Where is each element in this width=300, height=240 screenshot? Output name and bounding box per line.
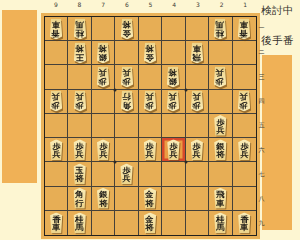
square-44[interactable]: 歩兵 [162, 90, 185, 114]
piece-tile: 歩兵 [211, 67, 230, 88]
file-label-6: 6 [115, 0, 139, 9]
square-92[interactable] [45, 41, 68, 65]
sente-角行-88[interactable]: 角行 [70, 188, 89, 209]
right-piece-stand[interactable] [262, 55, 292, 230]
gote-銀将-43[interactable]: 銀将 [164, 67, 183, 88]
square-99[interactable]: 香車 [45, 211, 68, 235]
sente-香車-99[interactable]: 香車 [47, 212, 66, 233]
square-49[interactable] [162, 211, 185, 235]
sente-歩兵-67[interactable]: 歩兵 [117, 163, 136, 184]
piece-tile: 飛車 [211, 188, 230, 209]
star-point [114, 88, 117, 91]
square-74[interactable] [92, 90, 115, 114]
sente-歩兵-46[interactable]: 歩兵 [164, 139, 183, 160]
piece-tile: 歩兵 [94, 67, 113, 88]
square-17[interactable] [233, 162, 256, 186]
piece-tile: 飛車 [187, 42, 206, 63]
square-61[interactable]: 金将 [115, 17, 138, 41]
rank-label-6: 六 [257, 138, 266, 162]
square-81[interactable]: 桂馬 [68, 17, 91, 41]
piece-tile: 歩兵 [70, 139, 89, 160]
piece-tile: 歩兵 [164, 139, 183, 160]
gote-歩兵-73[interactable]: 歩兵 [94, 67, 113, 88]
sente-銀将-78[interactable]: 銀将 [94, 188, 113, 209]
piece-tile: 歩兵 [140, 91, 159, 112]
piece-tile: 銀将 [94, 188, 113, 209]
rank-label-9: 九 [257, 212, 266, 236]
square-76[interactable]: 歩兵 [92, 138, 115, 162]
square-22[interactable] [209, 41, 232, 65]
sente-歩兵-36[interactable]: 歩兵 [187, 139, 206, 160]
file-label-8: 8 [68, 0, 92, 9]
square-71[interactable] [92, 17, 115, 41]
square-63[interactable]: 歩兵 [115, 65, 138, 89]
sente-玉将-87[interactable]: 玉将 [70, 163, 89, 184]
piece-tile: 歩兵 [211, 115, 230, 136]
gote-歩兵-94[interactable]: 歩兵 [47, 91, 66, 112]
square-23[interactable]: 歩兵 [209, 65, 232, 89]
gote-歩兵-23[interactable]: 歩兵 [211, 67, 230, 88]
piece-tile: 香車 [235, 18, 254, 39]
square-47[interactable] [162, 162, 185, 186]
gote-香車-11[interactable]: 香車 [235, 18, 254, 39]
square-86[interactable]: 歩兵 [68, 138, 91, 162]
star-point [114, 161, 117, 164]
piece-tile: 歩兵 [235, 139, 254, 160]
sente-香車-19[interactable]: 香車 [235, 212, 254, 233]
square-26[interactable]: 銀将 [209, 138, 232, 162]
square-56[interactable]: 歩兵 [139, 138, 162, 162]
square-54[interactable]: 歩兵 [139, 90, 162, 114]
square-97[interactable] [45, 162, 68, 186]
file-label-2: 2 [210, 0, 234, 9]
file-label-9: 9 [44, 0, 68, 9]
sente-金将-58[interactable]: 金将 [140, 188, 159, 209]
square-19[interactable]: 香車 [233, 211, 256, 235]
piece-tile: 桂馬 [211, 212, 230, 233]
square-85[interactable] [68, 114, 91, 138]
piece-tile: 金将 [140, 212, 159, 233]
star-point [184, 88, 187, 91]
square-28[interactable]: 飛車 [209, 187, 232, 211]
sente-金将-59[interactable]: 金将 [140, 212, 159, 233]
square-69[interactable] [115, 211, 138, 235]
square-32[interactable]: 飛車 [186, 41, 209, 65]
square-38[interactable] [186, 187, 209, 211]
square-52[interactable]: 金将 [139, 41, 162, 65]
file-label-7: 7 [91, 0, 115, 9]
piece-tile: 歩兵 [47, 139, 66, 160]
gote-歩兵-63[interactable]: 歩兵 [117, 67, 136, 88]
gote-王将-82[interactable]: 王将 [70, 42, 89, 63]
rank-label-4: 四 [257, 89, 266, 113]
file-label-4: 4 [162, 0, 186, 9]
square-75[interactable] [92, 114, 115, 138]
square-14[interactable]: 歩兵 [233, 90, 256, 114]
square-67[interactable]: 歩兵 [115, 162, 138, 186]
square-34[interactable]: 歩兵 [186, 90, 209, 114]
rank-label-3: 三 [257, 65, 266, 89]
square-12[interactable] [233, 41, 256, 65]
file-label-3: 3 [186, 0, 210, 9]
piece-tile: 金将 [140, 42, 159, 63]
square-77[interactable] [92, 162, 115, 186]
square-91[interactable]: 香車 [45, 17, 68, 41]
piece-tile: 香車 [47, 18, 66, 39]
piece-tile: 角行 [117, 91, 136, 112]
square-78[interactable]: 銀将 [92, 187, 115, 211]
piece-tile: 角行 [70, 188, 89, 209]
file-label-1: 1 [233, 0, 257, 9]
gote-香車-91[interactable]: 香車 [47, 18, 66, 39]
gote-金将-61[interactable]: 金将 [117, 18, 136, 39]
piece-tile: 歩兵 [164, 91, 183, 112]
turn-indicator-label: 後手番 [261, 34, 299, 48]
square-68[interactable] [115, 187, 138, 211]
file-label-5: 5 [139, 0, 163, 9]
sente-歩兵-86[interactable]: 歩兵 [70, 139, 89, 160]
square-89[interactable]: 桂馬 [68, 211, 91, 235]
piece-tile: 香車 [47, 212, 66, 233]
square-82[interactable]: 王将 [68, 41, 91, 65]
sente-歩兵-96[interactable]: 歩兵 [47, 139, 66, 160]
square-43[interactable]: 銀将 [162, 65, 185, 89]
piece-tile: 銀将 [164, 67, 183, 88]
square-37[interactable] [186, 162, 209, 186]
piece-tile: 銀将 [211, 139, 230, 160]
piece-tile: 金将 [117, 18, 136, 39]
square-55[interactable] [139, 114, 162, 138]
square-57[interactable] [139, 162, 162, 186]
square-95[interactable] [45, 114, 68, 138]
gote-銀将-72[interactable]: 銀将 [94, 42, 113, 63]
shogi-board[interactable]: 香車桂馬金将桂馬香車王将銀将金将飛車歩兵歩兵銀将歩兵歩兵歩兵角行歩兵歩兵歩兵歩兵… [44, 16, 257, 236]
gote-歩兵-14[interactable]: 歩兵 [235, 91, 254, 112]
piece-tile: 王将 [70, 42, 89, 63]
piece-tile: 歩兵 [187, 91, 206, 112]
sente-歩兵-56[interactable]: 歩兵 [140, 139, 159, 160]
piece-tile: 歩兵 [235, 91, 254, 112]
square-33[interactable] [186, 65, 209, 89]
sente-桂馬-89[interactable]: 桂馬 [70, 212, 89, 233]
sente-銀将-26[interactable]: 銀将 [211, 139, 230, 160]
piece-tile: 桂馬 [211, 18, 230, 39]
shogi-app: { "game": "shogi", "status": { "analysis… [0, 0, 300, 240]
piece-tile: 金将 [140, 188, 159, 209]
gote-金将-52[interactable]: 金将 [140, 42, 159, 63]
file-labels: 987654321 [44, 0, 257, 9]
gote-角行-64[interactable]: 角行 [117, 91, 136, 112]
sente-歩兵-25[interactable]: 歩兵 [211, 115, 230, 136]
square-79[interactable] [92, 211, 115, 235]
gote-歩兵-84[interactable]: 歩兵 [70, 91, 89, 112]
sente-歩兵-16[interactable]: 歩兵 [235, 139, 254, 160]
square-93[interactable] [45, 65, 68, 89]
piece-tile: 歩兵 [117, 67, 136, 88]
square-84[interactable]: 歩兵 [68, 90, 91, 114]
rank-label-5: 五 [257, 114, 266, 138]
piece-tile: 桂馬 [70, 18, 89, 39]
rank-label-7: 七 [257, 163, 266, 187]
square-41[interactable] [162, 17, 185, 41]
square-98[interactable] [45, 187, 68, 211]
square-46[interactable]: 歩兵 [162, 138, 185, 162]
square-24[interactable] [209, 90, 232, 114]
square-73[interactable]: 歩兵 [92, 65, 115, 89]
square-51[interactable] [139, 17, 162, 41]
rank-label-8: 八 [257, 187, 266, 211]
square-27[interactable] [209, 162, 232, 186]
square-87[interactable]: 玉将 [68, 162, 91, 186]
square-11[interactable]: 香車 [233, 17, 256, 41]
square-48[interactable] [162, 187, 185, 211]
square-15[interactable] [233, 114, 256, 138]
piece-tile: 香車 [235, 212, 254, 233]
square-62[interactable] [115, 41, 138, 65]
square-96[interactable]: 歩兵 [45, 138, 68, 162]
square-65[interactable] [115, 114, 138, 138]
gote-歩兵-34[interactable]: 歩兵 [187, 91, 206, 112]
gote-歩兵-54[interactable]: 歩兵 [140, 91, 159, 112]
square-36[interactable]: 歩兵 [186, 138, 209, 162]
square-18[interactable] [233, 187, 256, 211]
star-point [184, 161, 187, 164]
piece-tile: 玉将 [70, 163, 89, 184]
square-39[interactable] [186, 211, 209, 235]
square-72[interactable]: 銀将 [92, 41, 115, 65]
square-53[interactable] [139, 65, 162, 89]
piece-tile: 歩兵 [117, 163, 136, 184]
square-21[interactable]: 桂馬 [209, 17, 232, 41]
gote-歩兵-44[interactable]: 歩兵 [164, 91, 183, 112]
square-59[interactable]: 金将 [139, 211, 162, 235]
square-25[interactable]: 歩兵 [209, 114, 232, 138]
square-83[interactable] [68, 65, 91, 89]
sente-飛車-28[interactable]: 飛車 [211, 188, 230, 209]
gote-桂馬-21[interactable]: 桂馬 [211, 18, 230, 39]
left-piece-stand[interactable] [2, 10, 37, 183]
piece-tile: 歩兵 [70, 91, 89, 112]
analysis-status-label: 検討中 [261, 4, 299, 18]
square-64[interactable]: 角行 [115, 90, 138, 114]
square-58[interactable]: 金将 [139, 187, 162, 211]
gote-桂馬-81[interactable]: 桂馬 [70, 18, 89, 39]
sente-歩兵-76[interactable]: 歩兵 [94, 139, 113, 160]
sente-桂馬-29[interactable]: 桂馬 [211, 212, 230, 233]
square-42[interactable] [162, 41, 185, 65]
square-31[interactable] [186, 17, 209, 41]
piece-tile: 歩兵 [94, 139, 113, 160]
square-88[interactable]: 角行 [68, 187, 91, 211]
piece-tile: 歩兵 [140, 139, 159, 160]
square-29[interactable]: 桂馬 [209, 211, 232, 235]
square-35[interactable] [186, 114, 209, 138]
piece-tile: 歩兵 [187, 139, 206, 160]
square-16[interactable]: 歩兵 [233, 138, 256, 162]
piece-tile: 銀将 [94, 42, 113, 63]
square-13[interactable] [233, 65, 256, 89]
square-94[interactable]: 歩兵 [45, 90, 68, 114]
gote-飛車-32[interactable]: 飛車 [187, 42, 206, 63]
square-45[interactable] [162, 114, 185, 138]
piece-tile: 歩兵 [47, 91, 66, 112]
piece-tile: 桂馬 [70, 212, 89, 233]
status-panel: 検討中 後手番 [261, 4, 299, 64]
square-66[interactable] [115, 138, 138, 162]
